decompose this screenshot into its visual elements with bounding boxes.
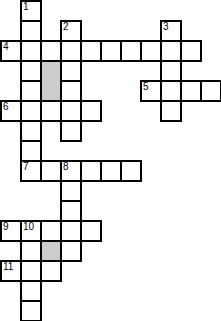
crossword-cell[interactable]: 10 [20,220,42,242]
crossword-cell[interactable] [40,220,62,242]
crossword-cell[interactable] [20,140,42,162]
crossword-cell[interactable] [100,40,122,62]
crossword-cell[interactable] [20,80,42,102]
crossword-cell[interactable]: 7 [20,160,42,182]
crossword-cell[interactable] [60,80,82,102]
crossword-cell[interactable] [80,100,102,122]
clue-number: 10 [23,222,34,232]
crossword-cell[interactable]: 8 [60,160,82,182]
crossword-cell[interactable] [20,280,42,302]
crossword-cell[interactable] [40,40,62,62]
crossword-cell[interactable] [100,160,122,182]
clue-number: 5 [143,82,149,92]
crossword-cell[interactable] [20,300,42,321]
shaded-cell[interactable] [40,80,62,102]
crossword-cell[interactable] [60,180,82,202]
crossword-cell[interactable]: 2 [60,20,82,42]
crossword-cell[interactable]: 3 [160,20,182,42]
crossword-cell[interactable]: 6 [0,100,22,122]
crossword-cell[interactable] [200,80,221,102]
crossword-cell[interactable] [180,80,202,102]
crossword-cell[interactable] [60,40,82,62]
crossword-cell[interactable] [20,260,42,282]
crossword-cell[interactable] [20,120,42,142]
crossword-cell[interactable] [60,220,82,242]
crossword-cell[interactable] [160,40,182,62]
crossword-board: 1234567891011 [0,0,221,321]
shaded-cell[interactable] [40,240,62,262]
crossword-cell[interactable] [20,40,42,62]
crossword-cell[interactable] [80,40,102,62]
clue-number: 3 [163,22,169,32]
crossword-cell[interactable] [120,160,142,182]
crossword-cell[interactable] [40,160,62,182]
clue-number: 11 [3,262,13,272]
crossword-cell[interactable] [20,100,42,122]
crossword-cell[interactable]: 1 [20,0,42,22]
crossword-cell[interactable]: 11 [0,260,22,282]
crossword-cell[interactable] [80,160,102,182]
crossword-cell[interactable] [40,260,62,282]
crossword-cell[interactable] [60,60,82,82]
crossword-cell[interactable] [80,220,102,242]
clue-number: 6 [3,102,9,112]
crossword-cell[interactable] [40,100,62,122]
puzzle-page: 1234567891011 [0,0,221,321]
crossword-cell[interactable]: 9 [0,220,22,242]
crossword-cell[interactable] [120,40,142,62]
crossword-cell[interactable] [60,200,82,222]
crossword-cell[interactable] [60,120,82,142]
crossword-cell[interactable] [60,100,82,122]
crossword-cell[interactable] [160,100,182,122]
clue-number: 1 [23,2,29,12]
shaded-cell[interactable] [40,60,62,82]
clue-number: 8 [63,162,69,172]
clue-number: 4 [3,42,9,52]
crossword-cell[interactable]: 5 [140,80,162,102]
crossword-cell[interactable] [20,240,42,262]
clue-number: 9 [3,222,9,232]
crossword-cell[interactable] [180,40,202,62]
crossword-cell[interactable] [60,240,82,262]
crossword-cell[interactable]: 4 [0,40,22,62]
clue-number: 2 [63,22,69,32]
crossword-cell[interactable] [160,60,182,82]
clue-number: 7 [23,162,29,172]
crossword-cell[interactable] [20,60,42,82]
crossword-cell[interactable] [20,20,42,42]
crossword-cell[interactable] [160,80,182,102]
crossword-cell[interactable] [140,40,162,62]
